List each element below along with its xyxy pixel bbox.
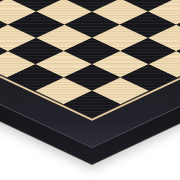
chessboard-photo (0, 0, 180, 180)
board-field (0, 0, 180, 117)
